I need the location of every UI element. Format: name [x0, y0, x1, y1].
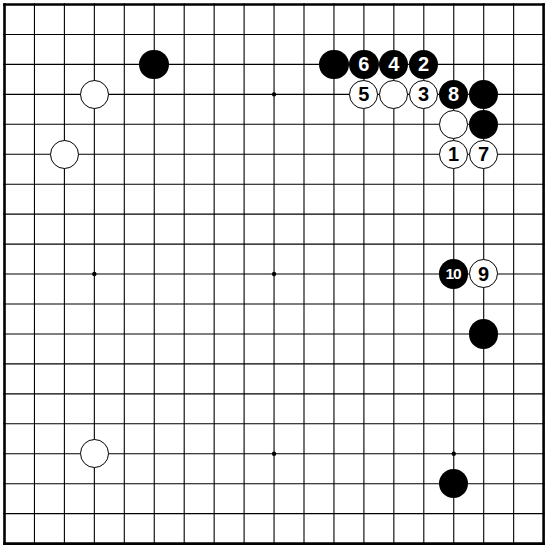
move-number: 8	[448, 84, 459, 104]
black-stone-M17	[319, 50, 349, 80]
move-number: 6	[358, 54, 369, 74]
white-stone-R10: 9	[469, 259, 498, 288]
white-stone-D16	[80, 80, 109, 109]
white-stone-C14	[50, 140, 79, 169]
move-number: 5	[358, 84, 369, 104]
black-stone-F17	[139, 50, 169, 80]
move-number: 3	[418, 84, 429, 104]
white-stone-O16	[379, 80, 408, 109]
white-stone-R14: 7	[469, 140, 498, 169]
white-stone-N16: 5	[349, 80, 378, 109]
black-stone-R15	[469, 110, 499, 140]
black-stone-R8	[469, 319, 499, 349]
white-stone-D4	[80, 439, 109, 468]
black-stone-O17: 4	[379, 50, 409, 80]
black-stone-N17: 6	[349, 50, 379, 80]
black-stone-Q10: 10	[439, 259, 469, 289]
black-stone-R16	[469, 80, 499, 110]
stones-layer: 12345678910	[0, 0, 548, 548]
move-number: 1	[448, 144, 459, 164]
move-number: 9	[478, 264, 489, 284]
go-board: 12345678910	[0, 0, 548, 548]
move-number: 2	[418, 54, 429, 74]
white-stone-P16: 3	[409, 80, 438, 109]
black-stone-Q3	[439, 469, 469, 499]
move-number: 10	[445, 266, 460, 282]
move-number: 7	[478, 144, 489, 164]
white-stone-Q15	[439, 110, 468, 139]
black-stone-Q16: 8	[439, 80, 469, 110]
move-number: 4	[388, 54, 399, 74]
white-stone-Q14: 1	[439, 140, 468, 169]
black-stone-P17: 2	[409, 50, 439, 80]
